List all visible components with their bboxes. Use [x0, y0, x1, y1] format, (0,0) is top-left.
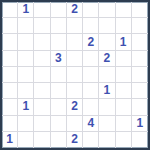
clue-cell-r4c7: 2 — [99, 51, 115, 67]
cell-r5c3[interactable] — [34, 67, 50, 83]
cell-r5c5[interactable] — [67, 67, 83, 83]
cell-r1c9[interactable] — [132, 2, 148, 18]
cell-r2c4[interactable] — [51, 18, 67, 34]
cell-r8c8[interactable] — [116, 116, 132, 132]
cell-r6c8[interactable] — [116, 83, 132, 99]
cell-r5c4[interactable] — [51, 67, 67, 83]
cell-r2c2[interactable] — [18, 18, 34, 34]
cell-r8c3[interactable] — [34, 116, 50, 132]
cell-r6c3[interactable] — [34, 83, 50, 99]
minesweeper-board: 1221321124112 — [0, 0, 150, 150]
cell-r7c1[interactable] — [2, 99, 18, 115]
cell-r6c4[interactable] — [51, 83, 67, 99]
clue-cell-r8c6: 4 — [83, 116, 99, 132]
cell-r8c5[interactable] — [67, 116, 83, 132]
cell-r9c8[interactable] — [116, 132, 132, 148]
clue-cell-r1c5: 2 — [67, 2, 83, 18]
cell-r5c8[interactable] — [116, 67, 132, 83]
cell-r4c6[interactable] — [83, 51, 99, 67]
clue-cell-r3c8: 1 — [116, 34, 132, 50]
clue-cell-r9c5: 2 — [67, 132, 83, 148]
cell-r2c8[interactable] — [116, 18, 132, 34]
clue-cell-r1c2: 1 — [18, 2, 34, 18]
cell-r2c7[interactable] — [99, 18, 115, 34]
cell-r3c9[interactable] — [132, 34, 148, 50]
cell-r8c1[interactable] — [2, 116, 18, 132]
cell-r1c3[interactable] — [34, 2, 50, 18]
cell-r1c1[interactable] — [2, 2, 18, 18]
cell-r2c6[interactable] — [83, 18, 99, 34]
clue-cell-r9c1: 1 — [2, 132, 18, 148]
cell-r9c2[interactable] — [18, 132, 34, 148]
cell-r7c8[interactable] — [116, 99, 132, 115]
cell-r9c9[interactable] — [132, 132, 148, 148]
cell-r2c5[interactable] — [67, 18, 83, 34]
cell-r1c8[interactable] — [116, 2, 132, 18]
cell-r9c6[interactable] — [83, 132, 99, 148]
cell-r7c4[interactable] — [51, 99, 67, 115]
clue-cell-r7c2: 1 — [18, 99, 34, 115]
cell-r6c5[interactable] — [67, 83, 83, 99]
cell-r5c1[interactable] — [2, 67, 18, 83]
cell-r5c7[interactable] — [99, 67, 115, 83]
cell-r4c5[interactable] — [67, 51, 83, 67]
cell-r9c4[interactable] — [51, 132, 67, 148]
clue-cell-r3c6: 2 — [83, 34, 99, 50]
cell-r3c1[interactable] — [2, 34, 18, 50]
cell-r6c6[interactable] — [83, 83, 99, 99]
cell-r4c8[interactable] — [116, 51, 132, 67]
cell-r9c3[interactable] — [34, 132, 50, 148]
cell-r3c4[interactable] — [51, 34, 67, 50]
cell-r4c3[interactable] — [34, 51, 50, 67]
cell-r6c2[interactable] — [18, 83, 34, 99]
cell-r8c2[interactable] — [18, 116, 34, 132]
clue-cell-r4c4: 3 — [51, 51, 67, 67]
cell-r2c3[interactable] — [34, 18, 50, 34]
clue-cell-r8c9: 1 — [132, 116, 148, 132]
cell-r3c7[interactable] — [99, 34, 115, 50]
cell-r4c1[interactable] — [2, 51, 18, 67]
cell-r6c9[interactable] — [132, 83, 148, 99]
cell-r5c2[interactable] — [18, 67, 34, 83]
cell-r4c2[interactable] — [18, 51, 34, 67]
cell-r3c3[interactable] — [34, 34, 50, 50]
cell-r5c9[interactable] — [132, 67, 148, 83]
puzzle-grid: 1221321124112 — [2, 2, 148, 148]
cell-r7c6[interactable] — [83, 99, 99, 115]
cell-r8c4[interactable] — [51, 116, 67, 132]
cell-r6c1[interactable] — [2, 83, 18, 99]
cell-r3c2[interactable] — [18, 34, 34, 50]
cell-r1c4[interactable] — [51, 2, 67, 18]
cell-r9c7[interactable] — [99, 132, 115, 148]
cell-r3c5[interactable] — [67, 34, 83, 50]
cell-r7c7[interactable] — [99, 99, 115, 115]
cell-r8c7[interactable] — [99, 116, 115, 132]
cell-r2c9[interactable] — [132, 18, 148, 34]
cell-r1c7[interactable] — [99, 2, 115, 18]
cell-r1c6[interactable] — [83, 2, 99, 18]
cell-r7c3[interactable] — [34, 99, 50, 115]
clue-cell-r7c5: 2 — [67, 99, 83, 115]
cell-r2c1[interactable] — [2, 18, 18, 34]
cell-r7c9[interactable] — [132, 99, 148, 115]
cell-r5c6[interactable] — [83, 67, 99, 83]
cell-r4c9[interactable] — [132, 51, 148, 67]
clue-cell-r6c7: 1 — [99, 83, 115, 99]
